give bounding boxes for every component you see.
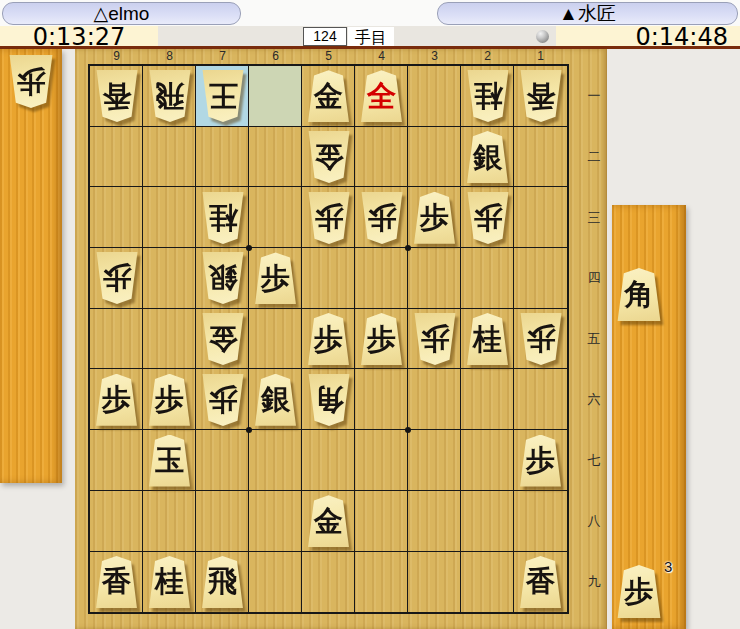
piece-歩[interactable]: 歩 xyxy=(519,435,563,487)
piece-kanji: 角 xyxy=(625,280,654,309)
file-label-8: 8 xyxy=(143,50,196,63)
piece-歩[interactable]: 歩 xyxy=(360,192,404,244)
piece-kanji: 金 xyxy=(208,325,237,354)
piece-香[interactable]: 香 xyxy=(519,70,563,122)
piece-kanji: 桂 xyxy=(155,567,184,596)
piece-kanji: 歩 xyxy=(102,385,131,414)
piece-桂[interactable]: 桂 xyxy=(148,556,192,608)
piece-kanji: 歩 xyxy=(526,446,555,475)
piece-銀[interactable]: 銀 xyxy=(466,131,510,183)
piece-kanji: 歩 xyxy=(314,203,343,232)
hand-count: 3 xyxy=(664,558,672,575)
piece-歩[interactable]: 歩 xyxy=(201,374,245,426)
piece-kanji: 歩 xyxy=(526,325,555,354)
piece-歩[interactable]: 歩 xyxy=(95,252,139,304)
piece-kanji: 桂 xyxy=(208,203,237,232)
piece-kanji: 歩 xyxy=(261,264,290,293)
sente-player-name: ▲水匠 xyxy=(559,1,616,27)
piece-kanji: 金 xyxy=(314,82,343,111)
piece-kanji: 歩 xyxy=(473,203,502,232)
piece-歩[interactable]: 歩 xyxy=(307,192,351,244)
piece-角[interactable]: 角 xyxy=(307,374,351,426)
gote-clock: 0:13:27 xyxy=(0,26,158,48)
piece-全-promoted[interactable]: 全 xyxy=(360,70,404,122)
rank-label-8: 八 xyxy=(584,491,604,552)
rank-label-9: 九 xyxy=(584,552,604,613)
piece-香[interactable]: 香 xyxy=(95,70,139,122)
file-label-1: 1 xyxy=(514,50,567,63)
piece-歩[interactable]: 歩 xyxy=(148,374,192,426)
piece-飛[interactable]: 飛 xyxy=(201,556,245,608)
sente-clock: 0:14:48 xyxy=(556,26,740,48)
rank-label-1: 一 xyxy=(584,66,604,127)
piece-kanji: 桂 xyxy=(473,325,502,354)
piece-歩[interactable]: 歩 xyxy=(360,313,404,365)
piece-kanji: 飛 xyxy=(208,567,237,596)
piece-kanji: 香 xyxy=(102,567,131,596)
piece-歩[interactable]: 歩 xyxy=(254,252,298,304)
piece-kanji: 歩 xyxy=(102,264,131,293)
piece-kanji: 歩 xyxy=(367,325,396,354)
board-grid: 香飛王金全桂香金銀桂歩歩歩歩歩銀歩金歩歩歩桂歩歩歩歩銀角玉歩金香桂飛香 xyxy=(88,64,569,614)
piece-layer: 香飛王金全桂香金銀桂歩歩歩歩歩銀歩金歩歩歩桂歩歩歩歩銀角玉歩金香桂飛香 xyxy=(90,66,567,612)
piece-kanji: 王 xyxy=(208,82,237,111)
sente-name-plate: ▲水匠 xyxy=(437,2,738,25)
piece-飛[interactable]: 飛 xyxy=(148,70,192,122)
move-number-box: 124 xyxy=(303,27,347,46)
file-label-6: 6 xyxy=(249,50,302,63)
piece-角[interactable]: 角 xyxy=(616,268,662,321)
piece-金[interactable]: 金 xyxy=(307,131,351,183)
piece-kanji: 銀 xyxy=(261,385,290,414)
shogi-board: 987654321 一二三四五六七八九 香飛王金全桂香金銀桂歩歩歩歩歩銀歩金歩歩… xyxy=(75,49,607,629)
piece-歩[interactable]: 歩 xyxy=(519,313,563,365)
piece-桂[interactable]: 桂 xyxy=(466,313,510,365)
piece-銀[interactable]: 銀 xyxy=(254,374,298,426)
piece-kanji: 銀 xyxy=(473,143,502,172)
file-label-3: 3 xyxy=(408,50,461,63)
piece-kanji: 玉 xyxy=(155,446,184,475)
rank-label-5: 五 xyxy=(584,309,604,370)
rank-label-6: 六 xyxy=(584,370,604,431)
file-label-5: 5 xyxy=(302,50,355,63)
file-label-4: 4 xyxy=(355,50,408,63)
move-counter-label: 手目 xyxy=(348,27,394,46)
rank-label-4: 四 xyxy=(584,248,604,309)
gote-player-name: △elmo xyxy=(94,2,150,25)
gote-name-plate: △elmo xyxy=(2,2,241,25)
piece-歩[interactable]: 歩 xyxy=(307,313,351,365)
piece-香[interactable]: 香 xyxy=(519,556,563,608)
piece-歩[interactable]: 歩 xyxy=(616,565,662,618)
piece-銀[interactable]: 銀 xyxy=(201,252,245,304)
piece-kanji: 香 xyxy=(526,567,555,596)
piece-kanji: 歩 xyxy=(155,385,184,414)
piece-金[interactable]: 金 xyxy=(201,313,245,365)
piece-歩[interactable]: 歩 xyxy=(413,313,457,365)
piece-玉[interactable]: 玉 xyxy=(148,435,192,487)
piece-kanji: 香 xyxy=(526,82,555,111)
piece-kanji: 歩 xyxy=(367,203,396,232)
turn-indicator-orb-icon xyxy=(536,30,549,43)
rank-label-7: 七 xyxy=(584,430,604,491)
gote-hand-stand: 歩 xyxy=(0,49,62,483)
piece-kanji: 歩 xyxy=(420,203,449,232)
sente-hand-stand: 角歩3 xyxy=(612,205,686,629)
file-label-9: 9 xyxy=(90,50,143,63)
piece-kanji: 金 xyxy=(314,507,343,536)
piece-歩[interactable]: 歩 xyxy=(8,55,54,108)
piece-香[interactable]: 香 xyxy=(95,556,139,608)
piece-金[interactable]: 金 xyxy=(307,495,351,547)
piece-kanji: 飛 xyxy=(155,82,184,111)
piece-歩[interactable]: 歩 xyxy=(95,374,139,426)
piece-桂[interactable]: 桂 xyxy=(201,192,245,244)
piece-歩[interactable]: 歩 xyxy=(413,192,457,244)
piece-kanji: 香 xyxy=(102,82,131,111)
file-label-7: 7 xyxy=(196,50,249,63)
piece-金[interactable]: 金 xyxy=(307,70,351,122)
rank-label-3: 三 xyxy=(584,187,604,248)
piece-kanji: 全 xyxy=(367,82,396,111)
piece-kanji: 歩 xyxy=(208,385,237,414)
piece-歩[interactable]: 歩 xyxy=(466,192,510,244)
piece-王[interactable]: 王 xyxy=(201,70,245,122)
piece-kanji: 角 xyxy=(314,385,343,414)
piece-kanji: 桂 xyxy=(473,82,502,111)
piece-kanji: 歩 xyxy=(420,325,449,354)
file-label-2: 2 xyxy=(461,50,514,63)
piece-kanji: 歩 xyxy=(17,67,46,96)
piece-kanji: 金 xyxy=(314,143,343,172)
piece-桂[interactable]: 桂 xyxy=(466,70,510,122)
rank-label-2: 二 xyxy=(584,127,604,188)
piece-kanji: 歩 xyxy=(314,325,343,354)
piece-kanji: 歩 xyxy=(625,577,654,606)
piece-kanji: 銀 xyxy=(208,264,237,293)
